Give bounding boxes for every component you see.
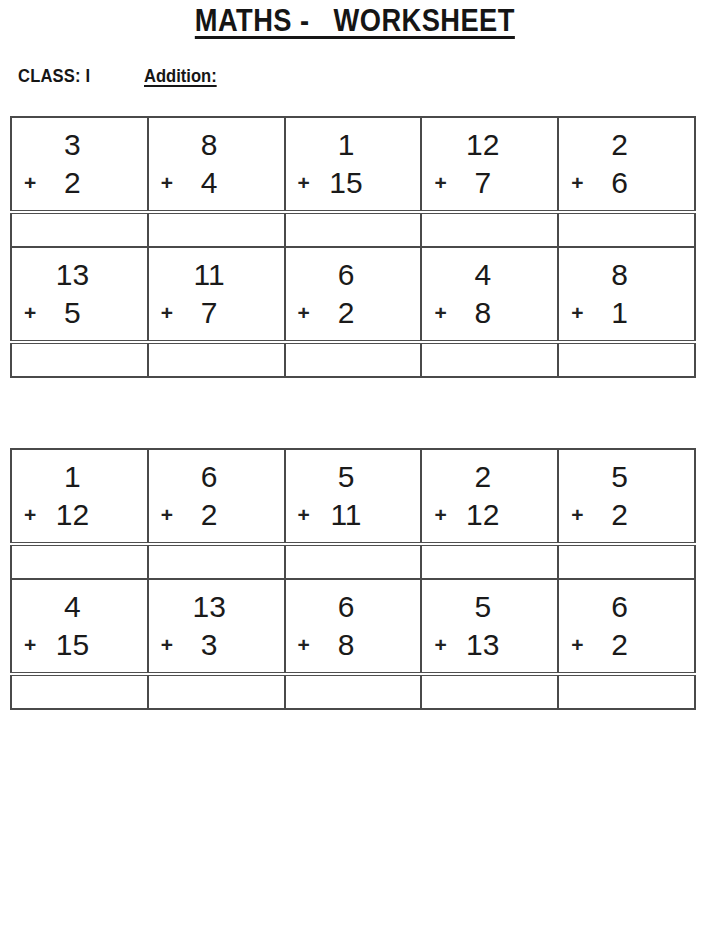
plus-operator: + bbox=[24, 294, 36, 332]
answer-cell bbox=[421, 342, 558, 377]
problem-cell: 5+13 bbox=[421, 579, 558, 674]
addend-bottom: 7 bbox=[201, 296, 218, 329]
plus-operator: + bbox=[24, 496, 36, 534]
class-label: CLASS: I bbox=[18, 66, 90, 87]
answer-cell bbox=[558, 674, 695, 709]
worksheet-page: MATHS - WORKSHEET CLASS: I Addition: 3+2… bbox=[0, 3, 709, 950]
plus-operator: + bbox=[298, 164, 310, 202]
answer-cell bbox=[558, 342, 695, 377]
addend-bottom: 12 bbox=[466, 498, 499, 531]
answer-cell bbox=[285, 674, 422, 709]
addend-top: 6 bbox=[559, 588, 694, 626]
problem-cell: 8+1 bbox=[558, 247, 695, 342]
answer-cell bbox=[11, 212, 148, 247]
addend-bottom: 11 bbox=[330, 498, 361, 531]
problem-cell: 6+2 bbox=[285, 247, 422, 342]
answer-cell bbox=[285, 212, 422, 247]
answer-cell bbox=[421, 674, 558, 709]
addend-top: 8 bbox=[149, 126, 284, 164]
addend-top: 2 bbox=[559, 126, 694, 164]
answer-cell bbox=[11, 674, 148, 709]
addend-bottom-line: +15 bbox=[12, 626, 147, 664]
plus-operator: + bbox=[161, 164, 173, 202]
addend-bottom-line: +6 bbox=[559, 164, 694, 202]
addend-bottom-line: +8 bbox=[286, 626, 421, 664]
addend-bottom: 13 bbox=[466, 628, 499, 661]
problem-cell: 2+6 bbox=[558, 117, 695, 212]
addend-bottom-line: +2 bbox=[559, 626, 694, 664]
answer-row bbox=[11, 674, 695, 709]
problem-cell: 4+8 bbox=[421, 247, 558, 342]
page-title: MATHS - WORKSHEET bbox=[194, 3, 514, 39]
addend-bottom-line: +5 bbox=[12, 294, 147, 332]
problem-cell: 1+15 bbox=[285, 117, 422, 212]
title-wrap: MATHS - WORKSHEET bbox=[0, 3, 709, 39]
plus-operator: + bbox=[298, 626, 310, 664]
answer-cell bbox=[148, 212, 285, 247]
worksheet-table-1: 3+28+41+1512+72+613+511+76+24+88+1 bbox=[10, 116, 696, 378]
answer-cell bbox=[148, 342, 285, 377]
plus-operator: + bbox=[571, 164, 583, 202]
addend-top: 5 bbox=[422, 588, 557, 626]
addend-bottom: 3 bbox=[201, 628, 218, 661]
addend-bottom: 2 bbox=[611, 498, 628, 531]
addend-bottom: 8 bbox=[474, 296, 491, 329]
addend-top: 6 bbox=[286, 256, 421, 294]
meta-row: CLASS: I Addition: bbox=[0, 66, 709, 90]
addend-top: 13 bbox=[12, 256, 147, 294]
answer-cell bbox=[558, 212, 695, 247]
addend-bottom: 2 bbox=[64, 166, 81, 199]
plus-operator: + bbox=[298, 496, 310, 534]
problem-row: 4+1513+36+85+136+2 bbox=[11, 579, 695, 674]
addend-top: 8 bbox=[559, 256, 694, 294]
addend-bottom-line: +13 bbox=[422, 626, 557, 664]
plus-operator: + bbox=[24, 626, 36, 664]
addend-top: 5 bbox=[559, 458, 694, 496]
addend-bottom-line: +12 bbox=[12, 496, 147, 534]
addend-bottom-line: +15 bbox=[286, 164, 421, 202]
problem-row: 1+126+25+112+125+2 bbox=[11, 449, 695, 544]
answer-cell bbox=[148, 544, 285, 579]
addend-top: 1 bbox=[286, 126, 421, 164]
addend-bottom: 2 bbox=[338, 296, 355, 329]
plus-operator: + bbox=[161, 294, 173, 332]
answer-cell bbox=[421, 544, 558, 579]
addend-bottom: 15 bbox=[56, 628, 89, 661]
addend-bottom: 1 bbox=[611, 296, 628, 329]
addend-top: 6 bbox=[149, 458, 284, 496]
addend-bottom-line: +2 bbox=[559, 496, 694, 534]
answer-cell bbox=[285, 544, 422, 579]
plus-operator: + bbox=[571, 496, 583, 534]
problem-row: 3+28+41+1512+72+6 bbox=[11, 117, 695, 212]
answer-cell bbox=[285, 342, 422, 377]
answer-cell bbox=[11, 342, 148, 377]
problem-cell: 8+4 bbox=[148, 117, 285, 212]
answer-cell bbox=[558, 544, 695, 579]
addend-top: 3 bbox=[12, 126, 147, 164]
answer-row bbox=[11, 212, 695, 247]
problem-cell: 11+7 bbox=[148, 247, 285, 342]
addend-top: 13 bbox=[149, 588, 284, 626]
worksheet-table-2-body: 1+126+25+112+125+24+1513+36+85+136+2 bbox=[11, 449, 695, 709]
plus-operator: + bbox=[571, 626, 583, 664]
plus-operator: + bbox=[434, 496, 446, 534]
worksheet-table-1-body: 3+28+41+1512+72+613+511+76+24+88+1 bbox=[11, 117, 695, 377]
problem-cell: 5+2 bbox=[558, 449, 695, 544]
addend-bottom: 8 bbox=[338, 628, 355, 661]
section-label: Addition: bbox=[144, 66, 217, 87]
problem-cell: 13+5 bbox=[11, 247, 148, 342]
plus-operator: + bbox=[161, 626, 173, 664]
problem-cell: 3+2 bbox=[11, 117, 148, 212]
addend-bottom: 2 bbox=[201, 498, 218, 531]
addend-top: 5 bbox=[286, 458, 421, 496]
addend-bottom-line: +1 bbox=[559, 294, 694, 332]
plus-operator: + bbox=[298, 294, 310, 332]
addend-bottom-line: +8 bbox=[422, 294, 557, 332]
answer-cell bbox=[421, 212, 558, 247]
addend-bottom: 2 bbox=[611, 628, 628, 661]
plus-operator: + bbox=[434, 626, 446, 664]
plus-operator: + bbox=[571, 294, 583, 332]
addend-bottom-line: +7 bbox=[422, 164, 557, 202]
addend-bottom-line: +4 bbox=[149, 164, 284, 202]
addend-bottom-line: +2 bbox=[149, 496, 284, 534]
problem-cell: 5+11 bbox=[285, 449, 422, 544]
problem-cell: 2+12 bbox=[421, 449, 558, 544]
answer-row bbox=[11, 342, 695, 377]
answer-row bbox=[11, 544, 695, 579]
addend-bottom-line: +7 bbox=[149, 294, 284, 332]
addend-bottom-line: +11 bbox=[286, 496, 421, 534]
plus-operator: + bbox=[24, 164, 36, 202]
addend-top: 2 bbox=[422, 458, 557, 496]
addend-bottom-line: +12 bbox=[422, 496, 557, 534]
addend-top: 4 bbox=[422, 256, 557, 294]
addend-top: 11 bbox=[149, 256, 284, 294]
problem-row: 13+511+76+24+88+1 bbox=[11, 247, 695, 342]
addend-top: 6 bbox=[286, 588, 421, 626]
problem-cell: 6+8 bbox=[285, 579, 422, 674]
plus-operator: + bbox=[434, 294, 446, 332]
problem-cell: 6+2 bbox=[558, 579, 695, 674]
addend-bottom: 6 bbox=[611, 166, 628, 199]
plus-operator: + bbox=[434, 164, 446, 202]
problem-cell: 12+7 bbox=[421, 117, 558, 212]
problem-cell: 6+2 bbox=[148, 449, 285, 544]
addend-bottom-line: +2 bbox=[12, 164, 147, 202]
problem-cell: 4+15 bbox=[11, 579, 148, 674]
plus-operator: + bbox=[161, 496, 173, 534]
answer-cell bbox=[148, 674, 285, 709]
addend-top: 12 bbox=[422, 126, 557, 164]
problem-cell: 1+12 bbox=[11, 449, 148, 544]
addend-bottom: 4 bbox=[201, 166, 218, 199]
addend-top: 1 bbox=[12, 458, 147, 496]
addend-bottom: 12 bbox=[56, 498, 89, 531]
addend-bottom: 15 bbox=[329, 166, 362, 199]
problem-cell: 13+3 bbox=[148, 579, 285, 674]
addend-bottom: 5 bbox=[64, 296, 81, 329]
answer-cell bbox=[11, 544, 148, 579]
addend-top: 4 bbox=[12, 588, 147, 626]
addend-bottom-line: +2 bbox=[286, 294, 421, 332]
addend-bottom-line: +3 bbox=[149, 626, 284, 664]
worksheet-table-2: 1+126+25+112+125+24+1513+36+85+136+2 bbox=[10, 448, 696, 710]
addend-bottom: 7 bbox=[474, 166, 491, 199]
